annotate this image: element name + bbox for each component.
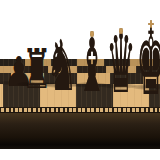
chess-piece-black-queen: ♛: [106, 23, 135, 105]
chess-set-photo: ♟♜♞♝♛♚: [0, 0, 160, 160]
chess-piece-black-king: ♚: [137, 17, 160, 109]
board-front-apron: [0, 113, 160, 149]
light-wood-finial: [119, 28, 123, 34]
king-cross-finial-bar: [148, 23, 154, 25]
chess-piece-black-knight: ♞: [46, 31, 77, 101]
chess-piece-black-bishop: ♝: [77, 28, 107, 102]
light-wood-finial: [90, 31, 94, 37]
